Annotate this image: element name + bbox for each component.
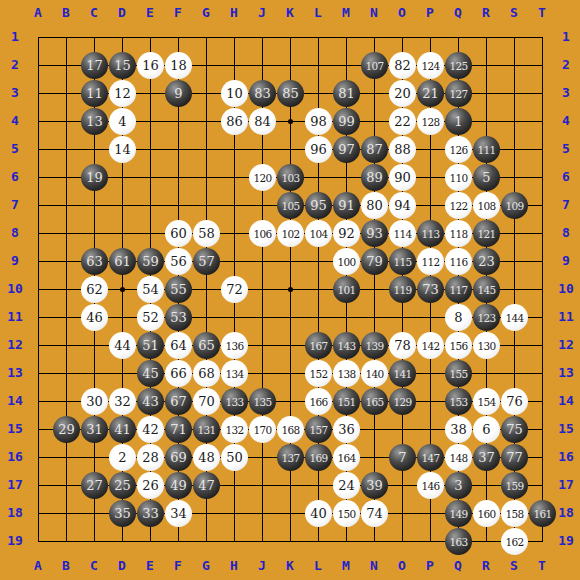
stone-move-number: 13 [86,114,103,129]
stone-S19[interactable]: 162 [501,528,528,555]
stone-move-number: 123 [477,312,495,324]
stone-R9[interactable]: 23 [473,248,500,275]
stone-E14[interactable]: 43 [137,388,164,415]
stone-H14[interactable]: 133 [221,388,248,415]
stone-L14[interactable]: 166 [305,388,332,415]
stone-N2[interactable]: 107 [361,52,388,79]
stone-move-number: 118 [449,228,467,240]
stone-O12[interactable]: 78 [389,332,416,359]
stone-move-number: 79 [366,254,383,269]
stone-move-number: 3 [454,478,462,493]
stone-D3[interactable]: 12 [109,80,136,107]
stone-L18[interactable]: 40 [305,500,332,527]
stone-Q19[interactable]: 163 [445,528,472,555]
stone-Q16[interactable]: 148 [445,444,472,471]
stone-move-number: 12 [114,86,131,101]
stone-M4[interactable]: 99 [333,108,360,135]
stone-C9[interactable]: 63 [81,248,108,275]
stone-move-number: 72 [226,282,243,297]
stone-F8[interactable]: 60 [165,220,192,247]
stone-J14[interactable]: 135 [249,388,276,415]
stone-move-number: 126 [449,144,467,156]
stone-move-number: 73 [422,282,439,297]
stone-O2[interactable]: 82 [389,52,416,79]
col-label-top-A: A [25,5,51,21]
stone-move-number: 70 [198,394,215,409]
col-label-bottom-M: M [333,558,359,574]
stone-P4[interactable]: 128 [417,108,444,135]
stone-Q2[interactable]: 125 [445,52,472,79]
stone-O6[interactable]: 90 [389,164,416,191]
stone-M9[interactable]: 100 [333,248,360,275]
stone-move-number: 115 [393,256,411,268]
stone-Q18[interactable]: 149 [445,500,472,527]
stone-Q4[interactable]: 1 [445,108,472,135]
stone-R16[interactable]: 37 [473,444,500,471]
stone-move-number: 23 [478,254,495,269]
stone-F18[interactable]: 34 [165,500,192,527]
stone-M15[interactable]: 36 [333,416,360,443]
stone-move-number: 80 [366,198,383,213]
stone-O4[interactable]: 22 [389,108,416,135]
row-label-left-8: 8 [2,225,28,241]
row-label-left-9: 9 [2,253,28,269]
stone-move-number: 20 [394,86,411,101]
stone-R15[interactable]: 6 [473,416,500,443]
stone-N12[interactable]: 139 [361,332,388,359]
row-label-left-15: 15 [2,421,28,437]
stone-move-number: 8 [454,310,462,325]
stone-K3[interactable]: 85 [277,80,304,107]
stone-R7[interactable]: 108 [473,192,500,219]
stone-C14[interactable]: 30 [81,388,108,415]
stone-Q7[interactable]: 122 [445,192,472,219]
stone-move-number: 109 [505,200,523,212]
stone-move-number: 43 [142,394,159,409]
stone-J6[interactable]: 120 [249,164,276,191]
stone-Q12[interactable]: 156 [445,332,472,359]
stone-N9[interactable]: 79 [361,248,388,275]
stone-Q9[interactable]: 116 [445,248,472,275]
row-label-right-14: 14 [553,393,579,409]
stone-C6[interactable]: 19 [81,164,108,191]
stone-G9[interactable]: 57 [193,248,220,275]
stone-move-number: 44 [114,338,131,353]
stone-G13[interactable]: 68 [193,360,220,387]
stone-S7[interactable]: 109 [501,192,528,219]
stone-move-number: 156 [449,340,467,352]
stone-L15[interactable]: 157 [305,416,332,443]
stone-E17[interactable]: 26 [137,472,164,499]
row-label-right-17: 17 [553,477,579,493]
stone-C11[interactable]: 46 [81,304,108,331]
col-label-bottom-E: E [137,558,163,574]
stone-G8[interactable]: 58 [193,220,220,247]
stone-F9[interactable]: 56 [165,248,192,275]
stone-move-number: 162 [505,536,523,548]
stone-move-number: 31 [86,422,103,437]
stone-move-number: 1 [454,114,462,129]
row-label-left-10: 10 [2,281,28,297]
col-label-bottom-D: D [109,558,135,574]
stone-K7[interactable]: 105 [277,192,304,219]
stone-O3[interactable]: 20 [389,80,416,107]
stone-O16[interactable]: 7 [389,444,416,471]
stone-E18[interactable]: 33 [137,500,164,527]
stone-move-number: 30 [86,394,103,409]
col-label-top-O: O [389,5,415,21]
stone-move-number: 91 [338,198,355,213]
row-label-right-10: 10 [553,281,579,297]
stone-H16[interactable]: 50 [221,444,248,471]
stone-move-number: 89 [366,170,383,185]
stone-move-number: 131 [197,424,215,436]
col-label-top-Q: Q [445,5,471,21]
stone-L5[interactable]: 96 [305,136,332,163]
stone-N7[interactable]: 80 [361,192,388,219]
stone-M5[interactable]: 97 [333,136,360,163]
stone-R18[interactable]: 160 [473,500,500,527]
stone-move-number: 32 [114,394,131,409]
stone-D14[interactable]: 32 [109,388,136,415]
stone-move-number: 66 [170,366,187,381]
stone-S18[interactable]: 158 [501,500,528,527]
stone-move-number: 99 [338,114,355,129]
stone-E10[interactable]: 54 [137,276,164,303]
stone-E2[interactable]: 16 [137,52,164,79]
stone-Q11[interactable]: 8 [445,304,472,331]
stone-P10[interactable]: 73 [417,276,444,303]
stone-move-number: 19 [86,170,103,185]
stone-Q5[interactable]: 126 [445,136,472,163]
stone-move-number: 68 [198,366,215,381]
stone-D15[interactable]: 41 [109,416,136,443]
stone-N8[interactable]: 93 [361,220,388,247]
stone-Q14[interactable]: 153 [445,388,472,415]
stone-G12[interactable]: 65 [193,332,220,359]
star-point-D10 [120,287,125,292]
stone-F13[interactable]: 66 [165,360,192,387]
stone-P2[interactable]: 124 [417,52,444,79]
stone-move-number: 125 [449,60,467,72]
stone-S17[interactable]: 159 [501,472,528,499]
stone-S16[interactable]: 77 [501,444,528,471]
stone-Q17[interactable]: 3 [445,472,472,499]
stone-move-number: 39 [366,478,383,493]
stone-C15[interactable]: 31 [81,416,108,443]
stone-move-number: 159 [505,480,523,492]
stone-Q15[interactable]: 38 [445,416,472,443]
row-label-left-3: 3 [2,85,28,101]
stone-O13[interactable]: 141 [389,360,416,387]
stone-Q8[interactable]: 118 [445,220,472,247]
stone-S14[interactable]: 76 [501,388,528,415]
stone-move-number: 49 [170,478,187,493]
stone-J3[interactable]: 83 [249,80,276,107]
row-label-left-14: 14 [2,393,28,409]
stone-move-number: 106 [253,228,271,240]
stone-L7[interactable]: 95 [305,192,332,219]
stone-P16[interactable]: 147 [417,444,444,471]
stone-move-number: 37 [478,450,495,465]
stone-S11[interactable]: 144 [501,304,528,331]
stone-L13[interactable]: 152 [305,360,332,387]
stone-L4[interactable]: 98 [305,108,332,135]
stone-M18[interactable]: 150 [333,500,360,527]
stone-move-number: 145 [477,284,495,296]
row-label-right-18: 18 [553,505,579,521]
stone-E13[interactable]: 45 [137,360,164,387]
col-label-top-G: G [193,5,219,21]
stone-O7[interactable]: 94 [389,192,416,219]
stone-move-number: 136 [225,340,243,352]
stone-E11[interactable]: 52 [137,304,164,331]
stone-H15[interactable]: 132 [221,416,248,443]
row-label-right-9: 9 [553,253,579,269]
stone-move-number: 132 [225,424,243,436]
row-label-left-17: 17 [2,477,28,493]
stone-P17[interactable]: 146 [417,472,444,499]
stone-S15[interactable]: 75 [501,416,528,443]
stone-F3[interactable]: 9 [165,80,192,107]
stone-move-number: 152 [309,368,327,380]
stone-O9[interactable]: 115 [389,248,416,275]
stone-move-number: 60 [170,226,187,241]
stone-G15[interactable]: 131 [193,416,220,443]
grid-line-col-N [374,37,375,542]
stone-move-number: 63 [86,254,103,269]
stone-move-number: 153 [449,396,467,408]
stone-move-number: 128 [421,116,439,128]
stone-H10[interactable]: 72 [221,276,248,303]
stone-E15[interactable]: 42 [137,416,164,443]
stone-F14[interactable]: 67 [165,388,192,415]
stone-move-number: 143 [337,340,355,352]
stone-move-number: 9 [174,86,182,101]
stone-move-number: 78 [394,338,411,353]
col-label-bottom-S: S [501,558,527,574]
stone-move-number: 88 [394,142,411,157]
stone-C10[interactable]: 62 [81,276,108,303]
row-label-left-6: 6 [2,169,28,185]
stone-move-number: 28 [142,450,159,465]
stone-M14[interactable]: 151 [333,388,360,415]
stone-move-number: 83 [254,86,271,101]
stone-N6[interactable]: 89 [361,164,388,191]
stone-move-number: 25 [114,478,131,493]
row-label-right-15: 15 [553,421,579,437]
stone-R14[interactable]: 154 [473,388,500,415]
stone-move-number: 42 [142,422,159,437]
col-label-top-E: E [137,5,163,21]
stone-R8[interactable]: 121 [473,220,500,247]
stone-R10[interactable]: 145 [473,276,500,303]
stone-L12[interactable]: 167 [305,332,332,359]
stone-move-number: 58 [198,226,215,241]
stone-N17[interactable]: 39 [361,472,388,499]
row-label-left-11: 11 [2,309,28,325]
stone-G16[interactable]: 48 [193,444,220,471]
row-label-left-18: 18 [2,505,28,521]
stone-move-number: 41 [114,422,131,437]
star-point-K4 [288,119,293,124]
stone-move-number: 69 [170,450,187,465]
stone-M16[interactable]: 164 [333,444,360,471]
stone-D2[interactable]: 15 [109,52,136,79]
stone-move-number: 38 [450,422,467,437]
stone-O10[interactable]: 119 [389,276,416,303]
row-label-right-8: 8 [553,225,579,241]
stone-L16[interactable]: 169 [305,444,332,471]
stone-move-number: 101 [337,284,355,296]
stone-J8[interactable]: 106 [249,220,276,247]
stone-P8[interactable]: 113 [417,220,444,247]
stone-move-number: 77 [506,450,523,465]
stone-move-number: 137 [281,452,299,464]
stone-G17[interactable]: 47 [193,472,220,499]
stone-R6[interactable]: 5 [473,164,500,191]
stone-M17[interactable]: 24 [333,472,360,499]
stone-move-number: 157 [309,424,327,436]
stone-N13[interactable]: 140 [361,360,388,387]
stone-E9[interactable]: 59 [137,248,164,275]
go-board-diagram: AABBCCDDEEFFGGHHJJKKLLMMNNOOPPQQRRSSTT11… [0,0,580,580]
stone-move-number: 4 [118,114,126,129]
stone-F10[interactable]: 55 [165,276,192,303]
stone-F2[interactable]: 18 [165,52,192,79]
stone-O14[interactable]: 129 [389,388,416,415]
stone-move-number: 75 [506,422,523,437]
stone-move-number: 138 [337,368,355,380]
stone-move-number: 170 [253,424,271,436]
stone-move-number: 108 [477,200,495,212]
stone-move-number: 17 [86,58,103,73]
stone-E16[interactable]: 28 [137,444,164,471]
stone-move-number: 140 [365,368,383,380]
stone-N5[interactable]: 87 [361,136,388,163]
stone-T18[interactable]: 161 [529,500,556,527]
row-label-right-4: 4 [553,113,579,129]
stone-move-number: 82 [394,58,411,73]
stone-C2[interactable]: 17 [81,52,108,79]
stone-move-number: 24 [338,478,355,493]
stone-D17[interactable]: 25 [109,472,136,499]
stone-H13[interactable]: 134 [221,360,248,387]
col-label-bottom-L: L [305,558,331,574]
stone-R5[interactable]: 111 [473,136,500,163]
stone-move-number: 57 [198,254,215,269]
stone-move-number: 76 [506,394,523,409]
stone-K8[interactable]: 102 [277,220,304,247]
stone-E12[interactable]: 51 [137,332,164,359]
stone-K15[interactable]: 168 [277,416,304,443]
stone-M13[interactable]: 138 [333,360,360,387]
col-label-bottom-F: F [165,558,191,574]
stone-move-number: 102 [281,228,299,240]
stone-C17[interactable]: 27 [81,472,108,499]
stone-M12[interactable]: 143 [333,332,360,359]
stone-D9[interactable]: 61 [109,248,136,275]
stone-move-number: 161 [533,508,551,520]
stone-K16[interactable]: 137 [277,444,304,471]
star-point-K10 [288,287,293,292]
stone-F15[interactable]: 71 [165,416,192,443]
stone-move-number: 35 [114,506,131,521]
stone-Q10[interactable]: 117 [445,276,472,303]
stone-move-number: 116 [449,256,467,268]
stone-J15[interactable]: 170 [249,416,276,443]
row-label-right-12: 12 [553,337,579,353]
stone-B15[interactable]: 29 [53,416,80,443]
stone-R12[interactable]: 130 [473,332,500,359]
stone-F16[interactable]: 69 [165,444,192,471]
stone-move-number: 160 [477,508,495,520]
col-label-top-B: B [53,5,79,21]
stone-Q3[interactable]: 127 [445,80,472,107]
stone-move-number: 149 [449,508,467,520]
stone-N14[interactable]: 165 [361,388,388,415]
stone-P3[interactable]: 21 [417,80,444,107]
stone-Q6[interactable]: 110 [445,164,472,191]
stone-L8[interactable]: 104 [305,220,332,247]
stone-move-number: 46 [86,310,103,325]
stone-H3[interactable]: 10 [221,80,248,107]
stone-H4[interactable]: 86 [221,108,248,135]
stone-G14[interactable]: 70 [193,388,220,415]
stone-C4[interactable]: 13 [81,108,108,135]
stone-D5[interactable]: 14 [109,136,136,163]
stone-D16[interactable]: 2 [109,444,136,471]
stone-M8[interactable]: 92 [333,220,360,247]
stone-D12[interactable]: 44 [109,332,136,359]
stone-Q13[interactable]: 155 [445,360,472,387]
col-label-top-L: L [305,5,331,21]
stone-P12[interactable]: 142 [417,332,444,359]
stone-H12[interactable]: 136 [221,332,248,359]
stone-M7[interactable]: 91 [333,192,360,219]
row-label-left-4: 4 [2,113,28,129]
stone-R11[interactable]: 123 [473,304,500,331]
stone-P9[interactable]: 112 [417,248,444,275]
stone-move-number: 167 [309,340,327,352]
row-label-right-11: 11 [553,309,579,325]
stone-D18[interactable]: 35 [109,500,136,527]
stone-move-number: 129 [393,396,411,408]
stone-N18[interactable]: 74 [361,500,388,527]
stone-move-number: 114 [393,228,411,240]
stone-O8[interactable]: 114 [389,220,416,247]
stone-move-number: 74 [366,506,383,521]
stone-J4[interactable]: 84 [249,108,276,135]
stone-move-number: 164 [337,452,355,464]
stone-F12[interactable]: 64 [165,332,192,359]
stone-M3[interactable]: 81 [333,80,360,107]
stone-D4[interactable]: 4 [109,108,136,135]
stone-move-number: 71 [170,422,187,437]
stone-K6[interactable]: 103 [277,164,304,191]
stone-O5[interactable]: 88 [389,136,416,163]
stone-move-number: 155 [449,368,467,380]
row-label-left-1: 1 [2,29,28,45]
stone-move-number: 86 [226,114,243,129]
stone-C3[interactable]: 11 [81,80,108,107]
stone-F17[interactable]: 49 [165,472,192,499]
stone-M10[interactable]: 101 [333,276,360,303]
stone-move-number: 127 [449,88,467,100]
col-label-bottom-G: G [193,558,219,574]
stone-move-number: 81 [338,86,355,101]
stone-F11[interactable]: 53 [165,304,192,331]
